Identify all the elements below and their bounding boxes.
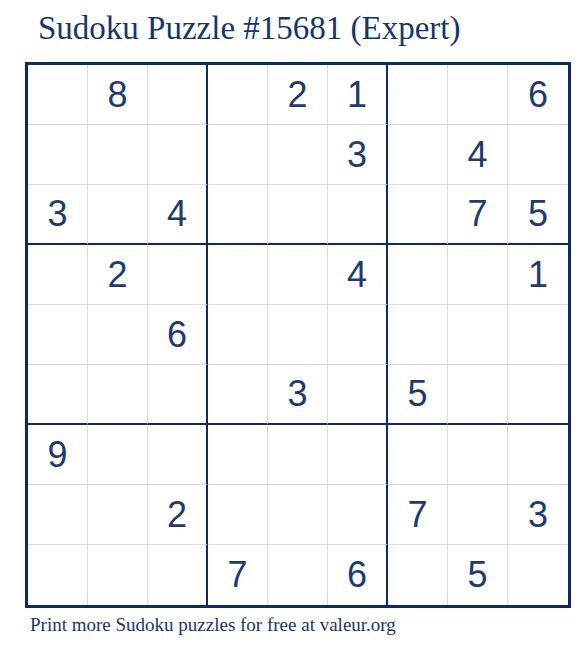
cell-r9c1 — [28, 545, 88, 605]
cell-r2c6: 3 — [328, 125, 388, 185]
cell-r1c1 — [28, 65, 88, 125]
cell-r8c1 — [28, 485, 88, 545]
sudoku-board: 82163434752416359273765 — [25, 62, 571, 608]
cell-r7c3 — [148, 425, 208, 485]
cell-r5c1 — [28, 305, 88, 365]
cell-r3c8: 7 — [448, 185, 508, 245]
cell-r3c3: 4 — [148, 185, 208, 245]
cell-r9c5 — [268, 545, 328, 605]
cell-r5c4 — [208, 305, 268, 365]
cell-r8c4 — [208, 485, 268, 545]
cell-r3c5 — [268, 185, 328, 245]
cell-r4c5 — [268, 245, 328, 305]
cell-r1c3 — [148, 65, 208, 125]
cell-r4c2: 2 — [88, 245, 148, 305]
cell-r6c2 — [88, 365, 148, 425]
cell-r9c6: 6 — [328, 545, 388, 605]
cell-r6c8 — [448, 365, 508, 425]
cell-r7c5 — [268, 425, 328, 485]
cell-r7c4 — [208, 425, 268, 485]
cell-r4c6: 4 — [328, 245, 388, 305]
cell-r1c9: 6 — [508, 65, 568, 125]
cell-r6c7: 5 — [388, 365, 448, 425]
cell-r8c6 — [328, 485, 388, 545]
cell-r6c6 — [328, 365, 388, 425]
cell-r8c5 — [268, 485, 328, 545]
cell-r2c1 — [28, 125, 88, 185]
cell-r5c8 — [448, 305, 508, 365]
cell-r8c7: 7 — [388, 485, 448, 545]
cell-r8c2 — [88, 485, 148, 545]
cell-r7c1: 9 — [28, 425, 88, 485]
cell-r7c2 — [88, 425, 148, 485]
cell-r9c7 — [388, 545, 448, 605]
cell-r2c7 — [388, 125, 448, 185]
cell-r2c8: 4 — [448, 125, 508, 185]
cell-r9c8: 5 — [448, 545, 508, 605]
cell-r3c9: 5 — [508, 185, 568, 245]
cell-r4c4 — [208, 245, 268, 305]
cell-r2c3 — [148, 125, 208, 185]
cell-r9c4: 7 — [208, 545, 268, 605]
cell-r2c2 — [88, 125, 148, 185]
cell-r3c4 — [208, 185, 268, 245]
cell-r8c8 — [448, 485, 508, 545]
page-title: Sudoku Puzzle #15681 (Expert) — [38, 10, 461, 47]
cell-r8c3: 2 — [148, 485, 208, 545]
cell-r5c6 — [328, 305, 388, 365]
cell-r8c9: 3 — [508, 485, 568, 545]
cell-r4c3 — [148, 245, 208, 305]
cell-r6c4 — [208, 365, 268, 425]
cell-r2c5 — [268, 125, 328, 185]
cell-r1c2: 8 — [88, 65, 148, 125]
cell-r4c7 — [388, 245, 448, 305]
cell-r1c4 — [208, 65, 268, 125]
cell-r4c1 — [28, 245, 88, 305]
cell-r9c2 — [88, 545, 148, 605]
cell-r5c9 — [508, 305, 568, 365]
cell-r4c9: 1 — [508, 245, 568, 305]
cell-r1c8 — [448, 65, 508, 125]
cell-r3c6 — [328, 185, 388, 245]
cell-r4c8 — [448, 245, 508, 305]
cell-r7c7 — [388, 425, 448, 485]
cell-r6c1 — [28, 365, 88, 425]
cell-r3c2 — [88, 185, 148, 245]
cell-r9c9 — [508, 545, 568, 605]
cell-r5c3: 6 — [148, 305, 208, 365]
cell-r3c1: 3 — [28, 185, 88, 245]
cell-r1c5: 2 — [268, 65, 328, 125]
cell-r2c4 — [208, 125, 268, 185]
cell-r7c9 — [508, 425, 568, 485]
cell-r6c9 — [508, 365, 568, 425]
footer-text: Print more Sudoku puzzles for free at va… — [30, 614, 396, 636]
cell-r1c7 — [388, 65, 448, 125]
cell-r7c6 — [328, 425, 388, 485]
cell-r7c8 — [448, 425, 508, 485]
cell-r6c5: 3 — [268, 365, 328, 425]
cell-r3c7 — [388, 185, 448, 245]
cell-r6c3 — [148, 365, 208, 425]
cell-r1c6: 1 — [328, 65, 388, 125]
cell-r5c5 — [268, 305, 328, 365]
cell-r2c9 — [508, 125, 568, 185]
cell-r5c7 — [388, 305, 448, 365]
cell-r9c3 — [148, 545, 208, 605]
cell-r5c2 — [88, 305, 148, 365]
